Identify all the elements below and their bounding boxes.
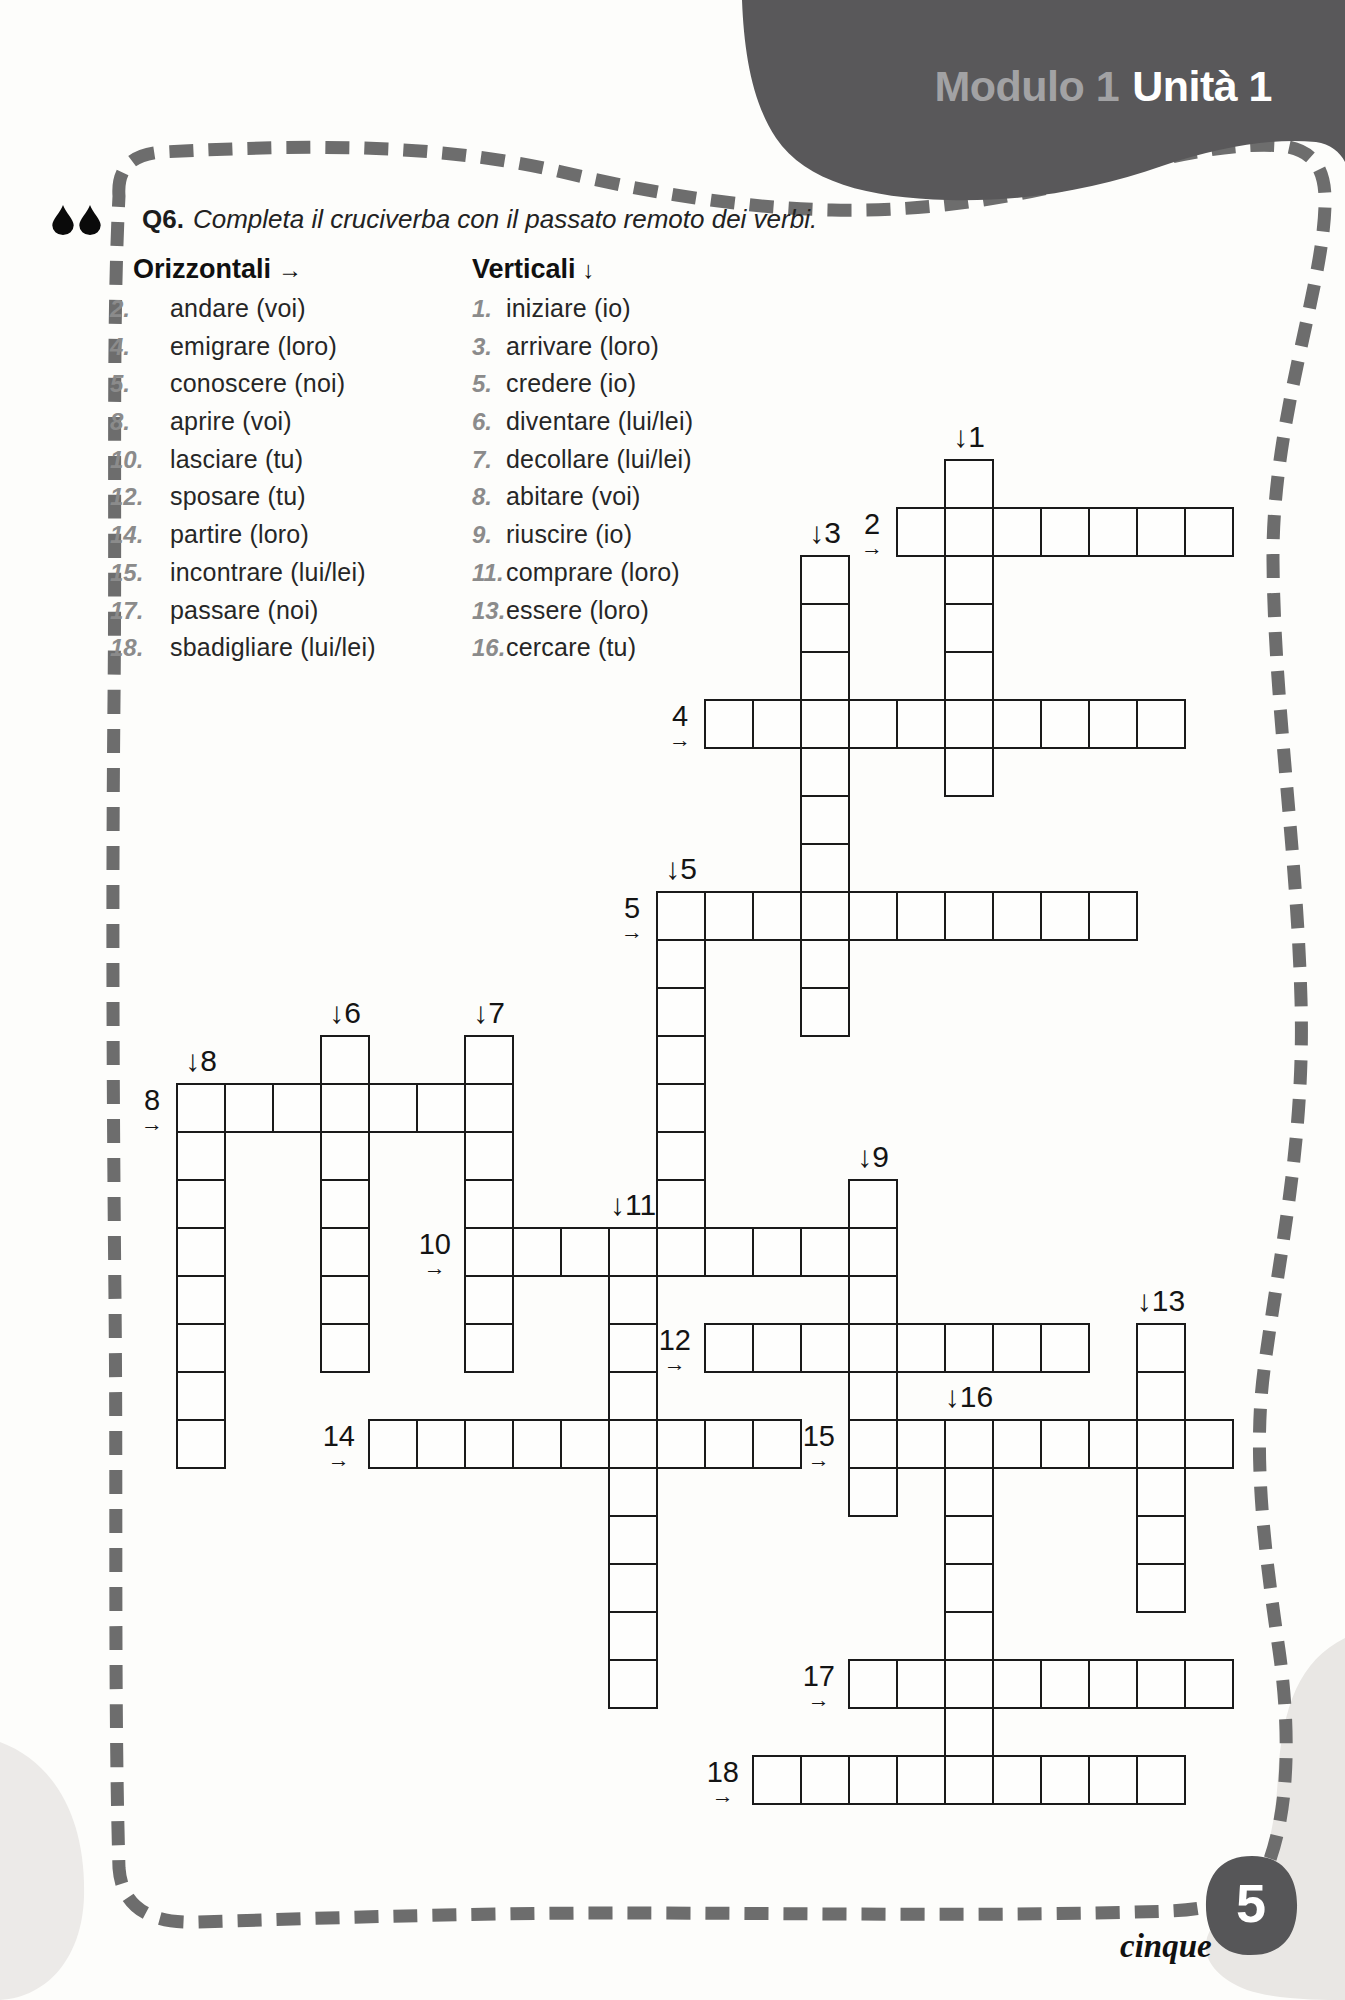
clue-number: 13.	[472, 597, 506, 625]
clue-item: 17.passare (noi)	[110, 596, 376, 634]
clue-text: partire (loro)	[170, 520, 309, 548]
crossword-cell[interactable]	[560, 1419, 610, 1469]
clue-text: passare (noi)	[170, 596, 319, 624]
crossword-cell[interactable]	[608, 1227, 658, 1277]
crossword-cell[interactable]	[224, 1083, 274, 1133]
crossword-cell[interactable]	[992, 699, 1042, 749]
down-clue-list: 1.iniziare (io)3.arrivare (loro)5.creder…	[472, 294, 693, 671]
clue-text: abitare (voi)	[506, 482, 641, 510]
crossword-cell[interactable]	[896, 1323, 946, 1373]
clue-text: andare (voi)	[170, 294, 306, 322]
clue-text: credere (io)	[506, 369, 636, 397]
clue-text: lasciare (tu)	[170, 445, 303, 473]
crossword-cell[interactable]	[992, 1659, 1042, 1709]
crossword-cell[interactable]	[1040, 1323, 1090, 1373]
across-entry-number: 4→	[669, 702, 691, 750]
crossword-cell[interactable]	[944, 1515, 994, 1565]
crossword-cell[interactable]	[944, 459, 994, 509]
clue-number: 12.	[110, 483, 170, 511]
crossword-cell[interactable]	[1184, 1419, 1234, 1469]
clue-number: 7.	[472, 446, 506, 474]
drop-icon	[52, 205, 74, 235]
crossword-cell[interactable]	[704, 891, 754, 941]
crossword-cell[interactable]	[944, 747, 994, 797]
crossword-cell[interactable]	[848, 1323, 898, 1373]
across-entry-number: 2→	[861, 510, 883, 558]
crossword-cell[interactable]	[464, 1035, 514, 1085]
crossword-cell[interactable]	[848, 699, 898, 749]
crossword-cell[interactable]	[944, 699, 994, 749]
across-entry-number: 5→	[621, 894, 643, 942]
crossword-cell[interactable]	[944, 507, 994, 557]
crossword-cell[interactable]	[320, 1131, 370, 1181]
crossword-cell[interactable]	[1040, 1659, 1090, 1709]
clues-down: Verticali↓ 1.iniziare (io)3.arrivare (lo…	[472, 254, 693, 671]
crossword-cell[interactable]	[944, 1755, 994, 1805]
down-entry-number: ↓6	[329, 995, 361, 1031]
crossword-cell[interactable]	[848, 891, 898, 941]
clue-text: aprire (voi)	[170, 407, 292, 435]
crossword-cell[interactable]	[752, 699, 802, 749]
crossword-cell[interactable]	[1040, 1419, 1090, 1469]
right-arrow-icon: →	[328, 1451, 350, 1470]
crossword-cell[interactable]	[848, 1659, 898, 1709]
clue-text: essere (loro)	[506, 596, 649, 624]
crossword-cell[interactable]	[704, 1227, 754, 1277]
crossword-cell[interactable]	[1184, 507, 1234, 557]
clue-number: 9.	[472, 521, 506, 549]
crossword-cell[interactable]	[800, 843, 850, 893]
crossword-cell[interactable]	[944, 603, 994, 653]
difficulty-drops-icon	[52, 205, 101, 235]
crossword-cell[interactable]	[896, 1659, 946, 1709]
right-arrow-icon: →	[669, 731, 691, 750]
across-title-text: Orizzontali	[133, 254, 271, 284]
module-label: Modulo 1	[934, 62, 1119, 110]
right-arrow-icon: →	[621, 923, 643, 942]
across-entry-number: 10→	[419, 1230, 451, 1278]
crossword-cell[interactable]	[320, 1227, 370, 1277]
clue-text: conoscere (noi)	[170, 369, 345, 397]
crossword-cell[interactable]	[320, 1275, 370, 1325]
crossword-cell[interactable]	[992, 1419, 1042, 1469]
right-arrow-icon: →	[664, 1355, 686, 1374]
crossword-cell[interactable]	[416, 1083, 466, 1133]
crossword-cell[interactable]	[176, 1419, 226, 1469]
crossword-cell[interactable]	[320, 1179, 370, 1229]
clue-item: 2.andare (voi)	[110, 294, 376, 332]
crossword-cell[interactable]	[608, 1467, 658, 1517]
clue-text: diventare (lui/lei)	[506, 407, 693, 435]
crossword-cell[interactable]	[1136, 1755, 1186, 1805]
exercise-number: Q6.	[142, 204, 184, 234]
crossword-cell[interactable]	[1136, 1563, 1186, 1613]
crossword-cell[interactable]	[992, 507, 1042, 557]
crossword-cell[interactable]	[800, 795, 850, 845]
clue-item: 9.riuscire (io)	[472, 520, 693, 558]
crossword-cell[interactable]	[608, 1371, 658, 1421]
crossword-cell[interactable]	[656, 1035, 706, 1085]
clue-number: 6.	[472, 408, 506, 436]
crossword-cell[interactable]	[848, 1755, 898, 1805]
crossword-cell[interactable]	[800, 603, 850, 653]
exercise-heading: Q6.Completa il cruciverba con il passato…	[142, 204, 817, 235]
crossword-cell[interactable]	[896, 1419, 946, 1469]
crossword-cell[interactable]	[656, 1179, 706, 1229]
across-entry-number: 14→	[323, 1422, 355, 1470]
clue-number: 14.	[110, 521, 170, 549]
crossword-cell[interactable]	[1088, 1659, 1138, 1709]
crossword-cell[interactable]	[608, 1275, 658, 1325]
crossword-cell[interactable]	[656, 1227, 706, 1277]
crossword-cell[interactable]	[608, 1419, 658, 1469]
crossword-cell[interactable]	[464, 1227, 514, 1277]
crossword-cell[interactable]	[464, 1419, 514, 1469]
crossword-cell[interactable]	[800, 987, 850, 1037]
crossword-cell[interactable]	[656, 891, 706, 941]
crossword-cell[interactable]	[1088, 891, 1138, 941]
crossword-cell[interactable]	[416, 1419, 466, 1469]
clue-item: 10.lasciare (tu)	[110, 445, 376, 483]
clue-item: 7.decollare (lui/lei)	[472, 445, 693, 483]
clue-item: 15.incontrare (lui/lei)	[110, 558, 376, 596]
crossword-cell[interactable]	[800, 1755, 850, 1805]
right-arrow-icon: →	[861, 539, 883, 558]
crossword-cell[interactable]	[1088, 1419, 1138, 1469]
clue-item: 5.credere (io)	[472, 369, 693, 407]
crossword-cell[interactable]	[944, 1563, 994, 1613]
crossword-cell[interactable]	[944, 1659, 994, 1709]
crossword-cell[interactable]	[176, 1083, 226, 1133]
crossword-cell[interactable]	[320, 1323, 370, 1373]
crossword-cell[interactable]	[1088, 699, 1138, 749]
crossword-cell[interactable]	[1136, 1371, 1186, 1421]
crossword-cell[interactable]	[464, 1179, 514, 1229]
crossword-cell[interactable]	[896, 507, 946, 557]
right-arrow-icon: →	[141, 1115, 163, 1134]
clue-number: 2.	[110, 295, 170, 323]
crossword-cell[interactable]	[560, 1227, 610, 1277]
crossword-cell[interactable]	[464, 1323, 514, 1373]
crossword-cell[interactable]	[800, 1323, 850, 1373]
workbook-page: Modulo 1Unità 1 Q6.Completa il cruciverb…	[0, 0, 1345, 2000]
page-number-word: cinque	[1120, 1928, 1212, 1965]
down-entry-number: ↓13	[1137, 1283, 1185, 1319]
crossword-cell[interactable]	[1136, 1467, 1186, 1517]
right-arrow-icon: →	[808, 1691, 830, 1710]
crossword-cell[interactable]	[656, 1083, 706, 1133]
crossword-cell[interactable]	[1040, 891, 1090, 941]
crossword-cell[interactable]	[704, 1419, 754, 1469]
clue-number: 8.	[110, 408, 170, 436]
clue-item: 1.iniziare (io)	[472, 294, 693, 332]
crossword-cell[interactable]	[176, 1371, 226, 1421]
exercise-instruction: Completa il cruciverba con il passato re…	[193, 204, 817, 234]
crossword-cell[interactable]	[752, 1227, 802, 1277]
down-entry-number: ↓16	[945, 1379, 993, 1415]
down-entry-number: ↓11	[610, 1187, 656, 1223]
crossword-cell[interactable]	[944, 651, 994, 701]
right-arrow-icon: →	[712, 1787, 734, 1806]
crossword-cell[interactable]	[464, 1083, 514, 1133]
crossword-cell[interactable]	[1136, 507, 1186, 557]
clue-item: 13.essere (loro)	[472, 596, 693, 634]
crossword-cell[interactable]	[512, 1227, 562, 1277]
clue-item: 8.aprire (voi)	[110, 407, 376, 445]
across-entry-number: 8→	[141, 1086, 163, 1134]
crossword-cell[interactable]	[512, 1419, 562, 1469]
clues-across: Orizzontali→ 2.andare (voi)4.emigrare (l…	[110, 254, 376, 671]
clue-item: 16.cercare (tu)	[472, 633, 693, 671]
right-arrow-icon: →	[808, 1451, 830, 1470]
crossword-cell[interactable]	[848, 1371, 898, 1421]
crossword-cell[interactable]	[944, 1419, 994, 1469]
crossword-cell[interactable]	[656, 939, 706, 989]
down-entry-number: ↓1	[953, 419, 985, 455]
crossword-cell[interactable]	[368, 1419, 418, 1469]
crossword-cell[interactable]	[368, 1083, 418, 1133]
crossword-cell[interactable]	[752, 1323, 802, 1373]
across-entry-number: 17→	[803, 1662, 835, 1710]
down-arrow-icon: ↓	[583, 256, 595, 283]
down-title-text: Verticali	[472, 254, 576, 284]
crossword-cell[interactable]	[992, 891, 1042, 941]
crossword-cell[interactable]	[944, 891, 994, 941]
crossword-cell[interactable]	[176, 1227, 226, 1277]
clue-item: 5.conoscere (noi)	[110, 369, 376, 407]
crossword-cell[interactable]	[1184, 1659, 1234, 1709]
clue-text: iniziare (io)	[506, 294, 631, 322]
crossword-cell[interactable]	[272, 1083, 322, 1133]
clue-number: 16.	[472, 634, 506, 662]
crossword-cell[interactable]	[176, 1179, 226, 1229]
crossword-cell[interactable]	[944, 1467, 994, 1517]
clue-number: 15.	[110, 559, 170, 587]
crossword-cell[interactable]	[704, 1323, 754, 1373]
clue-text: arrivare (loro)	[506, 332, 659, 360]
clue-number: 18.	[110, 634, 170, 662]
crossword-cell[interactable]	[848, 1419, 898, 1469]
clue-number: 11.	[472, 559, 506, 587]
crossword-cell[interactable]	[992, 1323, 1042, 1373]
crossword-cell[interactable]	[1136, 699, 1186, 749]
across-title: Orizzontali→	[133, 254, 376, 285]
crossword-cell[interactable]	[896, 891, 946, 941]
crossword-cell[interactable]	[656, 1131, 706, 1181]
crossword-cell[interactable]	[800, 747, 850, 797]
crossword-cell[interactable]	[176, 1131, 226, 1181]
crossword-cell[interactable]	[752, 1755, 802, 1805]
corner-wash-bottom-left	[0, 1742, 84, 2000]
crossword-cell[interactable]	[752, 1419, 802, 1469]
clue-number: 10.	[110, 446, 170, 474]
down-entry-number: ↓9	[857, 1139, 889, 1175]
crossword-cell[interactable]	[1040, 507, 1090, 557]
crossword-cell[interactable]	[848, 1467, 898, 1517]
down-entry-number: ↓8	[185, 1043, 217, 1079]
crossword-cell[interactable]	[944, 555, 994, 605]
crossword-cell[interactable]	[176, 1323, 226, 1373]
page-header: Modulo 1Unità 1	[934, 62, 1272, 111]
clue-text: decollare (lui/lei)	[506, 445, 692, 473]
crossword-cell[interactable]	[320, 1083, 370, 1133]
right-arrow-icon: →	[424, 1259, 446, 1278]
clue-number: 3.	[472, 333, 506, 361]
clue-number: 5.	[472, 370, 506, 398]
crossword-cell[interactable]	[944, 1611, 994, 1661]
unit-label: Unità 1	[1132, 62, 1272, 110]
crossword-cell[interactable]	[800, 891, 850, 941]
crossword-cell[interactable]	[608, 1323, 658, 1373]
clue-item: 8.abitare (voi)	[472, 482, 693, 520]
down-entry-number: ↓7	[473, 995, 505, 1031]
clue-number: 4.	[110, 333, 170, 361]
clue-number: 8.	[472, 483, 506, 511]
crossword-cell[interactable]	[1088, 507, 1138, 557]
clue-item: 14.partire (loro)	[110, 520, 376, 558]
crossword-cell[interactable]	[944, 1323, 994, 1373]
down-entry-number: ↓3	[809, 515, 841, 551]
crossword-cell[interactable]	[800, 699, 850, 749]
across-clue-list: 2.andare (voi)4.emigrare (loro)5.conosce…	[110, 294, 376, 671]
across-entry-number: 15→	[803, 1422, 835, 1470]
crossword-cell[interactable]	[608, 1563, 658, 1613]
crossword-cell[interactable]	[992, 1755, 1042, 1805]
page-number-badge: 5	[1236, 1876, 1266, 1930]
clue-number: 5.	[110, 370, 170, 398]
crossword-cell[interactable]	[1136, 1419, 1186, 1469]
clue-number: 17.	[110, 597, 170, 625]
crossword-cell[interactable]	[176, 1275, 226, 1325]
crossword-cell[interactable]	[608, 1659, 658, 1709]
crossword-cell[interactable]	[800, 939, 850, 989]
across-entry-number: 12→	[659, 1326, 691, 1374]
across-entry-number: 18→	[707, 1758, 739, 1806]
crossword-cell[interactable]	[800, 1227, 850, 1277]
crossword-cell[interactable]	[848, 1227, 898, 1277]
down-title: Verticali↓	[472, 254, 693, 285]
clue-item: 12.sposare (tu)	[110, 482, 376, 520]
crossword-cell[interactable]	[656, 1419, 706, 1469]
down-entry-number: ↓5	[665, 851, 697, 887]
crossword-cell[interactable]	[896, 699, 946, 749]
clue-item: 3.arrivare (loro)	[472, 332, 693, 370]
clue-text: sbadigliare (lui/lei)	[170, 633, 376, 661]
crossword-cell[interactable]	[608, 1515, 658, 1565]
crossword-cell[interactable]	[1136, 1659, 1186, 1709]
clue-text: riuscire (io)	[506, 520, 632, 548]
crossword-cell[interactable]	[944, 1707, 994, 1757]
crossword-cell[interactable]	[704, 699, 754, 749]
crossword-cell[interactable]	[1088, 1755, 1138, 1805]
right-arrow-icon: →	[278, 256, 302, 283]
clue-text: cercare (tu)	[506, 633, 636, 661]
crossword-cell[interactable]	[464, 1275, 514, 1325]
crossword-cell[interactable]	[752, 891, 802, 941]
crossword-cell[interactable]	[800, 651, 850, 701]
clue-item: 6.diventare (lui/lei)	[472, 407, 693, 445]
crossword-cell[interactable]	[464, 1131, 514, 1181]
crossword-cell[interactable]	[656, 987, 706, 1037]
crossword-cell[interactable]	[1040, 699, 1090, 749]
crossword-cell[interactable]	[320, 1035, 370, 1085]
crossword-cell[interactable]	[848, 1179, 898, 1229]
clue-item: 18.sbadigliare (lui/lei)	[110, 633, 376, 671]
clue-item: 11.comprare (loro)	[472, 558, 693, 596]
crossword-cell[interactable]	[1136, 1323, 1186, 1373]
crossword-cell[interactable]	[1136, 1515, 1186, 1565]
drop-icon	[79, 205, 101, 235]
clue-text: comprare (loro)	[506, 558, 680, 586]
clue-text: sposare (tu)	[170, 482, 306, 510]
crossword-cell[interactable]	[608, 1611, 658, 1661]
crossword-cell[interactable]	[800, 555, 850, 605]
clue-text: emigrare (loro)	[170, 332, 337, 360]
clue-text: incontrare (lui/lei)	[170, 558, 366, 586]
crossword-cell[interactable]	[1040, 1755, 1090, 1805]
crossword-cell[interactable]	[848, 1275, 898, 1325]
clue-number: 1.	[472, 295, 506, 323]
crossword-cell[interactable]	[896, 1755, 946, 1805]
clue-item: 4.emigrare (loro)	[110, 332, 376, 370]
